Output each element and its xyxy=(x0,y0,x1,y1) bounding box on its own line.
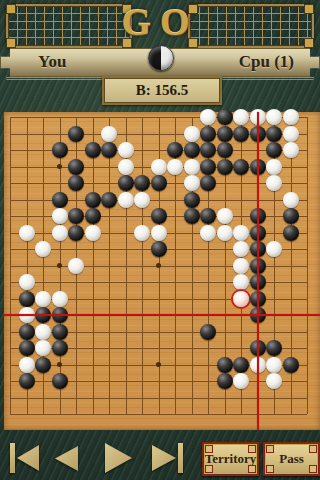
black-stone xyxy=(200,208,216,224)
black-stone xyxy=(151,241,167,257)
white-stone xyxy=(266,357,282,373)
black-stone xyxy=(52,373,68,389)
black-stone xyxy=(19,291,35,307)
app-title: GO xyxy=(0,0,320,44)
white-stone xyxy=(266,159,282,175)
button-corner-ornament xyxy=(205,445,213,453)
black-stone xyxy=(151,175,167,191)
white-stone xyxy=(134,225,150,241)
white-stone xyxy=(233,109,249,125)
white-stone xyxy=(35,291,51,307)
black-stone xyxy=(233,126,249,142)
black-stone xyxy=(68,175,84,191)
button-corner-ornament xyxy=(205,465,213,473)
skip-first-icon xyxy=(10,443,15,473)
black-stone xyxy=(35,357,51,373)
black-stone xyxy=(184,142,200,158)
go-board[interactable] xyxy=(4,112,320,430)
white-stone xyxy=(52,225,68,241)
next-move-button[interactable] xyxy=(105,443,132,473)
black-stone xyxy=(283,357,299,373)
white-stone xyxy=(151,159,167,175)
left-triangle-icon xyxy=(17,445,39,471)
white-stone xyxy=(266,109,282,125)
black-stone xyxy=(151,208,167,224)
black-stone xyxy=(217,357,233,373)
white-stone xyxy=(233,241,249,257)
white-stone xyxy=(200,225,216,241)
white-stone xyxy=(184,159,200,175)
skip-last-button[interactable] xyxy=(152,443,183,473)
black-stone xyxy=(184,208,200,224)
left-triangle-icon xyxy=(55,446,78,471)
grid-line-horizontal xyxy=(10,398,307,399)
white-stone xyxy=(35,340,51,356)
black-stone xyxy=(283,225,299,241)
white-stone xyxy=(35,241,51,257)
white-stone xyxy=(283,192,299,208)
button-corner-ornament xyxy=(309,465,317,473)
go-app-screen: GO You Cpu (1) B: 156.5 Territory Pass xyxy=(0,0,320,480)
white-stone xyxy=(19,274,35,290)
white-stone xyxy=(217,225,233,241)
button-corner-ornament xyxy=(309,445,317,453)
white-stone xyxy=(283,109,299,125)
white-stone xyxy=(52,291,68,307)
white-stone xyxy=(118,192,134,208)
right-triangle-icon xyxy=(152,445,176,471)
button-corner-ornament xyxy=(248,445,256,453)
white-stone xyxy=(68,258,84,274)
white-stone xyxy=(118,142,134,158)
black-stone xyxy=(200,159,216,175)
player-name-left: You xyxy=(38,52,66,72)
black-stone xyxy=(233,159,249,175)
black-stone xyxy=(167,142,183,158)
black-stone xyxy=(52,192,68,208)
white-stone xyxy=(151,225,167,241)
black-stone xyxy=(52,142,68,158)
grid-line-vertical xyxy=(307,117,308,414)
white-stone xyxy=(35,324,51,340)
button-corner-ornament xyxy=(266,465,274,473)
white-stone xyxy=(233,225,249,241)
white-stone xyxy=(184,126,200,142)
white-stone xyxy=(19,357,35,373)
black-stone xyxy=(266,126,282,142)
white-stone xyxy=(233,274,249,290)
white-stone xyxy=(283,142,299,158)
white-stone xyxy=(283,126,299,142)
turn-indicator-icon xyxy=(148,45,174,71)
button-corner-ornament xyxy=(248,465,256,473)
white-stone xyxy=(19,225,35,241)
black-stone xyxy=(68,159,84,175)
ornament-swoosh-left xyxy=(6,77,102,93)
skip-first-button[interactable] xyxy=(10,443,40,473)
last-move-marker-vertical-line xyxy=(257,112,259,430)
right-triangle-icon xyxy=(105,443,132,473)
last-move-marker-horizontal-line xyxy=(4,314,320,316)
black-stone xyxy=(85,142,101,158)
black-stone xyxy=(217,159,233,175)
black-stone xyxy=(19,340,35,356)
white-stone xyxy=(266,241,282,257)
black-stone xyxy=(217,109,233,125)
black-stone xyxy=(101,192,117,208)
black-stone xyxy=(134,175,150,191)
skip-last-icon xyxy=(178,443,183,473)
white-stone xyxy=(134,192,150,208)
white-stone xyxy=(167,159,183,175)
black-stone xyxy=(200,175,216,191)
black-stone xyxy=(101,142,117,158)
white-stone xyxy=(184,175,200,191)
black-stone xyxy=(118,175,134,191)
pass-button[interactable]: Pass xyxy=(263,442,320,476)
black-stone xyxy=(283,208,299,224)
white-stone xyxy=(52,208,68,224)
star-point xyxy=(57,263,62,268)
black-stone xyxy=(184,192,200,208)
black-stone xyxy=(68,225,84,241)
star-point xyxy=(57,164,62,169)
black-stone xyxy=(217,126,233,142)
white-stone xyxy=(233,258,249,274)
black-stone xyxy=(68,208,84,224)
ornament-swoosh-right xyxy=(218,77,314,93)
star-point xyxy=(156,362,161,367)
black-stone xyxy=(85,208,101,224)
black-stone xyxy=(19,324,35,340)
territory-button[interactable]: Territory xyxy=(202,442,259,476)
black-stone xyxy=(266,340,282,356)
black-stone xyxy=(52,340,68,356)
black-stone xyxy=(200,142,216,158)
black-stone xyxy=(217,373,233,389)
white-stone xyxy=(200,109,216,125)
black-stone xyxy=(200,324,216,340)
star-point xyxy=(57,362,62,367)
black-stone xyxy=(217,142,233,158)
white-stone-last-move xyxy=(233,291,249,307)
white-stone xyxy=(85,225,101,241)
white-stone xyxy=(217,208,233,224)
black-stone xyxy=(19,373,35,389)
black-stone xyxy=(68,126,84,142)
white-stone xyxy=(233,373,249,389)
white-stone xyxy=(101,126,117,142)
black-stone xyxy=(85,192,101,208)
grid-line-horizontal xyxy=(10,414,307,415)
white-stone xyxy=(266,373,282,389)
star-point xyxy=(156,263,161,268)
black-stone xyxy=(233,357,249,373)
score-display: B: 156.5 xyxy=(102,76,222,105)
pass-button-label: Pass xyxy=(279,451,304,467)
black-stone xyxy=(200,126,216,142)
black-stone xyxy=(52,324,68,340)
previous-move-button[interactable] xyxy=(55,446,78,471)
white-stone xyxy=(266,175,282,191)
white-stone xyxy=(118,159,134,175)
player-name-right: Cpu (1) xyxy=(239,52,294,72)
black-stone xyxy=(266,142,282,158)
button-corner-ornament xyxy=(266,445,274,453)
